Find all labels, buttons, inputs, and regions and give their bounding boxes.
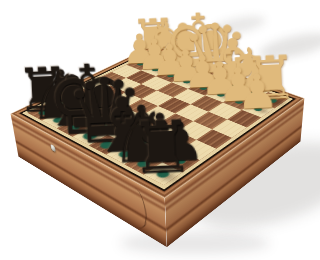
- wood-seam: [123, 180, 147, 234]
- piece-black-rook-a8: ♜: [128, 109, 195, 183]
- scene: ♜♞♝♚♛♝♞♜♟♟♟♟♟♟♟♟♟♟♟♟♟♟♟♟♜♞♝♚♛♝♞♜: [0, 0, 320, 260]
- piece-white-pawn-a2: ♟: [235, 67, 279, 116]
- square-a8: ♜: [144, 162, 183, 185]
- product-photo: ♜♞♝♚♛♝♞♜♟♟♟♟♟♟♟♟♟♟♟♟♟♟♟♟♜♞♝♚♛♝♞♜: [0, 0, 320, 260]
- chess-case: ♜♞♝♚♛♝♞♜♟♟♟♟♟♟♟♟♟♟♟♟♟♟♟♟♜♞♝♚♛♝♞♜: [11, 45, 305, 198]
